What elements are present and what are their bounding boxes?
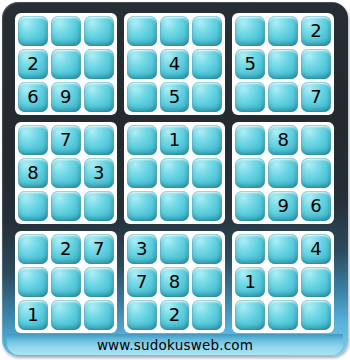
site-url-link[interactable]: www.sudokusweb.com [97, 337, 253, 353]
cell-r3c1[interactable]: 6 [18, 82, 48, 112]
cell-r1c7[interactable] [235, 16, 265, 46]
cell-r1c3[interactable] [84, 16, 114, 46]
cell-r5c1[interactable]: 8 [18, 158, 48, 188]
cell-r8c6[interactable] [192, 267, 222, 297]
cell-r4c7[interactable] [235, 125, 265, 155]
cell-r4c2[interactable]: 7 [51, 125, 81, 155]
cell-r9c9[interactable] [301, 300, 331, 330]
cell-r2c3[interactable] [84, 49, 114, 79]
cell-r6c7[interactable] [235, 191, 265, 221]
box-3-1: 271 [15, 231, 117, 333]
cell-r9c2[interactable] [51, 300, 81, 330]
box-1-1: 269 [15, 13, 117, 115]
box-1-3: 257 [232, 13, 334, 115]
cell-r6c6[interactable] [192, 191, 222, 221]
sudoku-board-frame: 269452577831896271378241 www.sudokusweb.… [2, 2, 348, 356]
cell-r6c5[interactable] [160, 191, 190, 221]
cell-r4c6[interactable] [192, 125, 222, 155]
cell-r9c5[interactable]: 2 [160, 300, 190, 330]
cell-r4c3[interactable] [84, 125, 114, 155]
cell-r2c1[interactable]: 2 [18, 49, 48, 79]
cell-r9c8[interactable] [268, 300, 298, 330]
cell-r5c4[interactable] [127, 158, 157, 188]
cell-r7c1[interactable] [18, 234, 48, 264]
cell-r8c2[interactable] [51, 267, 81, 297]
cell-r8c1[interactable] [18, 267, 48, 297]
cell-r4c9[interactable] [301, 125, 331, 155]
cell-r6c4[interactable] [127, 191, 157, 221]
cell-r3c9[interactable]: 7 [301, 82, 331, 112]
page: 269452577831896271378241 www.sudokusweb.… [0, 0, 350, 360]
cell-r6c8[interactable]: 9 [268, 191, 298, 221]
cell-r1c8[interactable] [268, 16, 298, 46]
cell-r1c4[interactable] [127, 16, 157, 46]
site-footer-bar: www.sudokusweb.com [7, 334, 343, 355]
cell-r1c2[interactable] [51, 16, 81, 46]
cell-r4c1[interactable] [18, 125, 48, 155]
cell-r2c9[interactable] [301, 49, 331, 79]
box-2-3: 896 [232, 122, 334, 224]
cell-r7c5[interactable] [160, 234, 190, 264]
cell-r9c7[interactable] [235, 300, 265, 330]
cell-r2c2[interactable] [51, 49, 81, 79]
cell-r6c2[interactable] [51, 191, 81, 221]
box-2-1: 783 [15, 122, 117, 224]
cell-r3c3[interactable] [84, 82, 114, 112]
cell-r2c5[interactable]: 4 [160, 49, 190, 79]
cell-r6c3[interactable] [84, 191, 114, 221]
cell-r1c6[interactable] [192, 16, 222, 46]
cell-r4c8[interactable]: 8 [268, 125, 298, 155]
box-3-2: 3782 [124, 231, 226, 333]
cell-r5c7[interactable] [235, 158, 265, 188]
cell-r2c7[interactable]: 5 [235, 49, 265, 79]
cell-r9c1[interactable]: 1 [18, 300, 48, 330]
cell-r7c2[interactable]: 2 [51, 234, 81, 264]
cell-r6c9[interactable]: 6 [301, 191, 331, 221]
cell-r7c4[interactable]: 3 [127, 234, 157, 264]
cell-r1c9[interactable]: 2 [301, 16, 331, 46]
cell-r5c9[interactable] [301, 158, 331, 188]
cell-r3c5[interactable]: 5 [160, 82, 190, 112]
sudoku-grid: 269452577831896271378241 [15, 13, 334, 333]
cell-r8c3[interactable] [84, 267, 114, 297]
cell-r2c4[interactable] [127, 49, 157, 79]
cell-r7c8[interactable] [268, 234, 298, 264]
box-3-3: 41 [232, 231, 334, 333]
cell-r2c8[interactable] [268, 49, 298, 79]
cell-r5c6[interactable] [192, 158, 222, 188]
cell-r3c4[interactable] [127, 82, 157, 112]
cell-r8c7[interactable]: 1 [235, 267, 265, 297]
cell-r4c5[interactable]: 1 [160, 125, 190, 155]
cell-r1c1[interactable] [18, 16, 48, 46]
cell-r8c5[interactable]: 8 [160, 267, 190, 297]
cell-r8c8[interactable] [268, 267, 298, 297]
cell-r3c6[interactable] [192, 82, 222, 112]
cell-r3c8[interactable] [268, 82, 298, 112]
cell-r3c2[interactable]: 9 [51, 82, 81, 112]
cell-r5c3[interactable]: 3 [84, 158, 114, 188]
cell-r5c8[interactable] [268, 158, 298, 188]
box-1-2: 45 [124, 13, 226, 115]
cell-r6c1[interactable] [18, 191, 48, 221]
cell-r1c5[interactable] [160, 16, 190, 46]
cell-r5c5[interactable] [160, 158, 190, 188]
cell-r7c9[interactable]: 4 [301, 234, 331, 264]
cell-r9c3[interactable] [84, 300, 114, 330]
cell-r2c6[interactable] [192, 49, 222, 79]
cell-r9c4[interactable] [127, 300, 157, 330]
cell-r8c9[interactable] [301, 267, 331, 297]
cell-r7c7[interactable] [235, 234, 265, 264]
cell-r9c6[interactable] [192, 300, 222, 330]
cell-r5c2[interactable] [51, 158, 81, 188]
cell-r3c7[interactable] [235, 82, 265, 112]
cell-r7c6[interactable] [192, 234, 222, 264]
box-2-2: 1 [124, 122, 226, 224]
cell-r7c3[interactable]: 7 [84, 234, 114, 264]
cell-r8c4[interactable]: 7 [127, 267, 157, 297]
cell-r4c4[interactable] [127, 125, 157, 155]
